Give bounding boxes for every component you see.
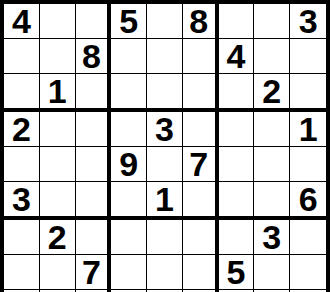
cell-r5c5[interactable]	[147, 147, 183, 182]
cell-r3c1[interactable]	[4, 74, 40, 112]
cell-r3c3[interactable]	[76, 74, 112, 112]
given-digit: 7	[189, 147, 208, 181]
cell-r4c4[interactable]	[111, 112, 147, 147]
cell-r5c3[interactable]	[76, 147, 112, 182]
given-digit: 5	[119, 4, 138, 38]
cell-r4c7[interactable]	[219, 112, 255, 147]
cell-r3c7[interactable]	[219, 74, 255, 112]
given-digit: 3	[299, 4, 318, 38]
given-digit: 4	[227, 39, 246, 73]
cell-r8c1[interactable]	[4, 255, 40, 290]
given-digit: 2	[262, 74, 281, 108]
cell-r6c8[interactable]	[254, 182, 290, 220]
given-digit: 2	[12, 112, 31, 146]
cell-r6c7[interactable]	[219, 182, 255, 220]
given-digit: 8	[189, 4, 208, 38]
cell-r8c4[interactable]	[111, 255, 147, 290]
cell-r7c2: 2	[40, 220, 76, 255]
cell-r5c2[interactable]	[40, 147, 76, 182]
cell-r3c8: 2	[254, 74, 290, 112]
cell-r1c1: 4	[4, 4, 40, 39]
cell-r8c5[interactable]	[147, 255, 183, 290]
cell-r1c7[interactable]	[219, 4, 255, 39]
given-digit: 3	[12, 182, 31, 216]
cell-r4c8[interactable]	[254, 112, 290, 147]
cell-r6c2[interactable]	[40, 182, 76, 220]
cell-r8c6[interactable]	[183, 255, 219, 290]
cell-r2c5[interactable]	[147, 39, 183, 74]
cell-r7c3[interactable]	[76, 220, 112, 255]
cell-r2c7: 4	[219, 39, 255, 74]
cell-r1c8[interactable]	[254, 4, 290, 39]
cell-r5c1[interactable]	[4, 147, 40, 182]
cell-r8c3: 7	[76, 255, 112, 290]
cell-r2c6[interactable]	[183, 39, 219, 74]
cell-r8c2[interactable]	[40, 255, 76, 290]
given-digit: 9	[119, 147, 138, 181]
given-digit: 8	[82, 39, 101, 73]
cell-r1c3[interactable]	[76, 4, 112, 39]
given-digit: 6	[299, 182, 318, 216]
cell-r2c2[interactable]	[40, 39, 76, 74]
given-digit: 2	[48, 220, 67, 254]
given-digit: 1	[299, 112, 318, 146]
cell-r4c9: 1	[290, 112, 326, 147]
cell-r2c8[interactable]	[254, 39, 290, 74]
given-digit: 1	[48, 74, 67, 108]
cell-r1c2[interactable]	[40, 4, 76, 39]
cell-r6c5: 1	[147, 182, 183, 220]
cell-r3c4[interactable]	[111, 74, 147, 112]
cell-r7c8: 3	[254, 220, 290, 255]
cell-r7c1[interactable]	[4, 220, 40, 255]
cell-r6c6[interactable]	[183, 182, 219, 220]
cell-r3c2: 1	[40, 74, 76, 112]
cell-r2c9[interactable]	[290, 39, 326, 74]
cell-r4c5: 3	[147, 112, 183, 147]
cell-r1c4: 5	[111, 4, 147, 39]
cell-r8c9[interactable]	[290, 255, 326, 290]
cell-r1c9: 3	[290, 4, 326, 39]
given-digit: 4	[12, 4, 31, 38]
cell-r2c3: 8	[76, 39, 112, 74]
cell-r1c5[interactable]	[147, 4, 183, 39]
cell-r7c6[interactable]	[183, 220, 219, 255]
cell-r5c9[interactable]	[290, 147, 326, 182]
given-digit: 7	[82, 255, 101, 289]
cell-r1c6: 8	[183, 4, 219, 39]
cell-r2c1[interactable]	[4, 39, 40, 74]
cell-r7c5[interactable]	[147, 220, 183, 255]
given-digit: 3	[155, 112, 174, 146]
cell-r3c9[interactable]	[290, 74, 326, 112]
cell-r7c4[interactable]	[111, 220, 147, 255]
cell-r6c4[interactable]	[111, 182, 147, 220]
cell-r4c2[interactable]	[40, 112, 76, 147]
cell-r7c7[interactable]	[219, 220, 255, 255]
sudoku-board: 458384122319731623758492	[0, 0, 330, 292]
given-digit: 5	[227, 255, 246, 289]
cell-r5c7[interactable]	[219, 147, 255, 182]
cell-r5c4: 9	[111, 147, 147, 182]
cell-r2c4[interactable]	[111, 39, 147, 74]
cell-r6c9: 6	[290, 182, 326, 220]
cell-r3c6[interactable]	[183, 74, 219, 112]
given-digit: 1	[155, 182, 174, 216]
cell-r7c9[interactable]	[290, 220, 326, 255]
given-digit: 3	[262, 220, 281, 254]
cell-r8c7: 5	[219, 255, 255, 290]
cell-r8c8[interactable]	[254, 255, 290, 290]
cell-r3c5[interactable]	[147, 74, 183, 112]
cell-r4c3[interactable]	[76, 112, 112, 147]
cell-r4c1: 2	[4, 112, 40, 147]
cell-r6c3[interactable]	[76, 182, 112, 220]
cell-r6c1: 3	[4, 182, 40, 220]
cell-r4c6[interactable]	[183, 112, 219, 147]
cell-r5c6: 7	[183, 147, 219, 182]
cell-r5c8[interactable]	[254, 147, 290, 182]
